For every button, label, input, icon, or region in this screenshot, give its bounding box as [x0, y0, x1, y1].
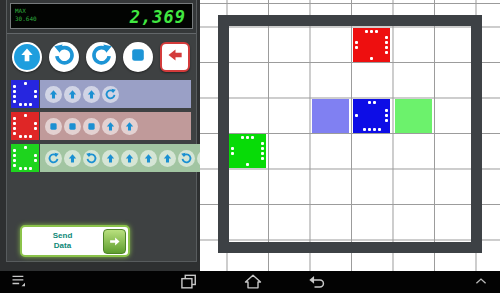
- toolbar-back-button[interactable]: [160, 42, 190, 72]
- pips-bottom: [11, 135, 39, 138]
- pips-bottom: [229, 163, 266, 166]
- pips-left: [13, 80, 16, 108]
- control-panel-inner: MAX30.640 2,369 SendData: [6, 0, 197, 262]
- send-arrow-icon: [103, 229, 126, 254]
- cmd-up-icon[interactable]: [140, 150, 157, 167]
- red-board-tile[interactable]: [353, 28, 390, 62]
- toolbar-rotate-cw-button[interactable]: [86, 42, 116, 72]
- cmd-up-icon[interactable]: [64, 86, 81, 103]
- send-data-label: SendData: [22, 231, 103, 250]
- lcd-display: MAX30.640 2,369: [10, 3, 193, 29]
- cmd-stop-icon[interactable]: [83, 118, 100, 135]
- cmd-up-icon[interactable]: [102, 150, 119, 167]
- pips-left: [13, 144, 16, 172]
- grid-top-line: [200, 3, 500, 4]
- pips-bottom: [353, 57, 390, 60]
- periwinkle-board-tile[interactable]: [312, 99, 349, 133]
- pips-right: [34, 144, 37, 172]
- cmd-ccw-icon[interactable]: [178, 150, 195, 167]
- cmd-cw-icon[interactable]: [45, 150, 62, 167]
- toolbar-move-up-button[interactable]: [12, 42, 42, 72]
- back-icon: [165, 45, 185, 69]
- toolbar-rotate-ccw-button[interactable]: [49, 42, 79, 72]
- blue-board-tile[interactable]: [353, 99, 390, 133]
- green-program-tile[interactable]: [11, 144, 39, 172]
- lightgreen-board-tile[interactable]: [395, 99, 432, 133]
- cmd-up-icon[interactable]: [121, 150, 138, 167]
- lcd-score: 2,369: [130, 7, 186, 27]
- red-command-strip: [40, 112, 191, 140]
- rotate-cw-icon: [89, 43, 114, 72]
- nav-recents-icon[interactable]: [178, 271, 200, 293]
- program-row-green: [11, 144, 191, 172]
- pips-right: [34, 112, 37, 140]
- cmd-up-icon[interactable]: [121, 118, 138, 135]
- cmd-up-icon[interactable]: [64, 150, 81, 167]
- move-up-icon: [17, 45, 37, 69]
- pips-right: [385, 99, 388, 133]
- program-row-red: [11, 112, 191, 140]
- cmd-ccw-icon[interactable]: [83, 150, 100, 167]
- pips-top: [11, 82, 39, 85]
- pips-top: [353, 30, 390, 33]
- pips-bottom: [353, 128, 390, 131]
- lcd-max-value: 30.640: [15, 15, 37, 22]
- nav-menu-icon[interactable]: [9, 271, 31, 293]
- pips-right: [261, 134, 264, 168]
- green-board-tile[interactable]: [229, 134, 266, 168]
- pips-right: [385, 28, 388, 62]
- cmd-up-icon[interactable]: [45, 86, 62, 103]
- pips-top: [229, 136, 266, 139]
- pips-top: [11, 114, 39, 117]
- lcd-max-label: MAX: [15, 7, 26, 14]
- rotate-ccw-icon: [52, 43, 77, 72]
- pips-right: [34, 80, 37, 108]
- pips-bottom: [11, 103, 39, 106]
- nav-back-icon[interactable]: [306, 271, 328, 293]
- program-row-blue: [11, 80, 191, 108]
- pips-bottom: [11, 167, 39, 170]
- lcd-max-readout: MAX30.640: [15, 7, 37, 22]
- control-panel: MAX30.640 2,369 SendData: [0, 0, 200, 271]
- red-program-tile[interactable]: [11, 112, 39, 140]
- cmd-stop-icon[interactable]: [64, 118, 81, 135]
- stop-icon: [126, 43, 150, 71]
- cmd-up-icon[interactable]: [159, 150, 176, 167]
- toolbar-stop-button[interactable]: [123, 42, 153, 72]
- cmd-cw-icon[interactable]: [102, 86, 119, 103]
- pips-left: [355, 28, 358, 62]
- android-navbar: [0, 271, 500, 293]
- pips-top: [353, 101, 390, 104]
- green-command-strip: [40, 144, 214, 172]
- program-rows: [7, 80, 196, 172]
- send-data-button[interactable]: SendData: [20, 225, 130, 257]
- pips-left: [355, 99, 358, 133]
- toolbar: [7, 34, 196, 72]
- pips-left: [13, 112, 16, 140]
- blue-command-strip: [40, 80, 191, 108]
- lcd-section: MAX30.640 2,369: [7, 0, 196, 34]
- blue-program-tile[interactable]: [11, 80, 39, 108]
- pips-left: [231, 134, 234, 168]
- board[interactable]: [200, 0, 500, 271]
- cmd-up-icon[interactable]: [83, 86, 100, 103]
- cmd-stop-icon[interactable]: [45, 118, 62, 135]
- nav-home-icon[interactable]: [242, 271, 264, 293]
- pips-top: [11, 146, 39, 149]
- app-root: MAX30.640 2,369 SendData: [0, 0, 500, 293]
- cmd-up-icon[interactable]: [102, 118, 119, 135]
- nav-collapse-icon[interactable]: [470, 271, 492, 293]
